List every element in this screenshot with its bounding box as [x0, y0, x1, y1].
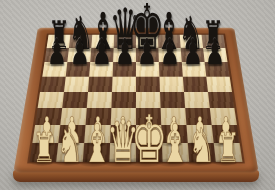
- pieces-layer: ♜♞♝♛♚♝♞♜♟♟♟♟♟♟♟♟♟♟♟♟♟♟♟♟♜♞♝♛♚♝♞♜: [0, 0, 275, 190]
- piece-white-knight-g1[interactable]: ♞: [188, 122, 215, 170]
- piece-black-pawn-d7[interactable]: ♟: [115, 34, 135, 70]
- piece-white-knight-b1[interactable]: ♞: [57, 122, 84, 170]
- piece-black-pawn-h7[interactable]: ♟: [205, 34, 225, 70]
- piece-black-pawn-g7[interactable]: ♟: [183, 34, 203, 70]
- piece-black-pawn-c7[interactable]: ♟: [92, 34, 112, 70]
- chess-set-photo: ♜♞♝♛♚♝♞♜♟♟♟♟♟♟♟♟♟♟♟♟♟♟♟♟♜♞♝♛♚♝♞♜: [0, 0, 275, 190]
- piece-black-pawn-b7[interactable]: ♟: [70, 34, 90, 70]
- piece-black-pawn-a7[interactable]: ♟: [47, 34, 67, 70]
- piece-white-rook-a1[interactable]: ♜: [33, 128, 56, 169]
- piece-black-pawn-f7[interactable]: ♟: [160, 34, 180, 70]
- piece-white-rook-h1[interactable]: ♜: [217, 128, 240, 169]
- piece-white-bishop-f1[interactable]: ♝: [161, 117, 190, 170]
- piece-black-pawn-e7[interactable]: ♟: [137, 34, 157, 70]
